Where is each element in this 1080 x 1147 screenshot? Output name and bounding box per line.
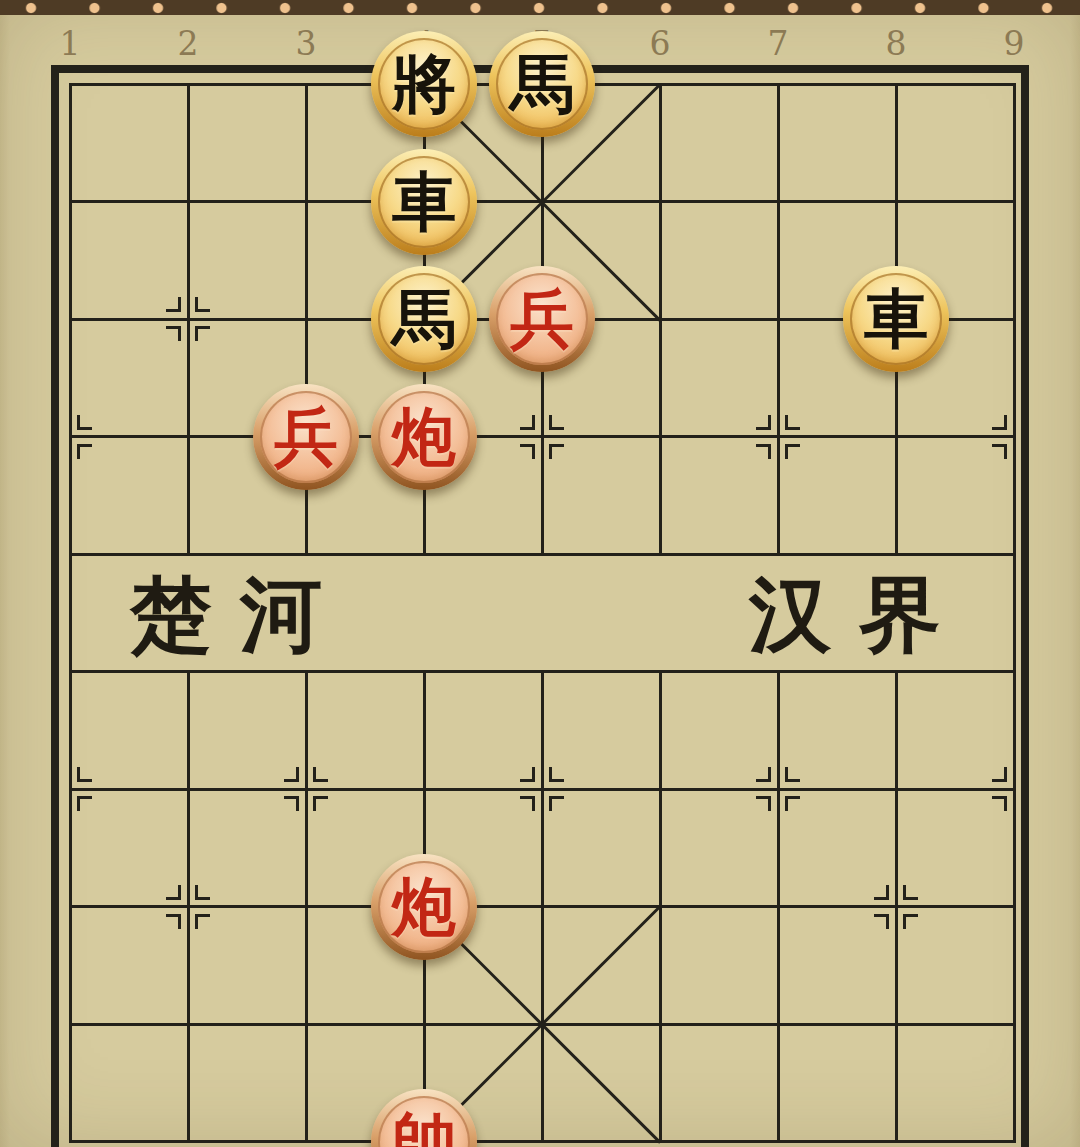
- column-label-8: 8: [871, 24, 921, 63]
- point-marker: [313, 796, 328, 811]
- column-label-7: 7: [753, 24, 803, 63]
- piece-face: 兵: [496, 273, 588, 365]
- point-marker: [520, 767, 535, 782]
- piece-character: 帥: [392, 1110, 456, 1147]
- red-cannon-piece[interactable]: 炮: [371, 384, 477, 490]
- point-marker: [77, 415, 92, 430]
- point-marker: [520, 796, 535, 811]
- point-marker: [549, 415, 564, 430]
- point-marker: [195, 885, 210, 900]
- point-marker: [756, 444, 771, 459]
- river-character: 河: [240, 566, 322, 662]
- point-marker: [549, 444, 564, 459]
- point-marker: [284, 796, 299, 811]
- column-label-9: 9: [989, 24, 1039, 63]
- point-marker: [785, 796, 800, 811]
- red-soldier-piece[interactable]: 兵: [253, 384, 359, 490]
- grid-line-col-3-bottom: [305, 670, 308, 1143]
- grid-line-col-2-bottom: [187, 670, 190, 1143]
- grid-line-col-5-bottom: [541, 670, 544, 1143]
- piece-character: 兵: [274, 405, 338, 469]
- point-marker: [77, 444, 92, 459]
- piece-character: 馬: [510, 52, 574, 116]
- grid-line-col-7-top: [777, 83, 780, 556]
- point-marker: [785, 415, 800, 430]
- black-chariot-piece[interactable]: 車: [843, 266, 949, 372]
- point-marker: [549, 767, 564, 782]
- point-marker: [992, 444, 1007, 459]
- black-chariot-piece[interactable]: 車: [371, 149, 477, 255]
- piece-face: 車: [850, 273, 942, 365]
- point-marker: [77, 796, 92, 811]
- black-horse-piece[interactable]: 馬: [371, 266, 477, 372]
- river-label-chuhe: 楚河: [130, 566, 322, 662]
- grid-line-col-1: [69, 83, 72, 1144]
- point-marker: [756, 796, 771, 811]
- black-general-piece[interactable]: 將: [371, 31, 477, 137]
- piece-face: 馬: [496, 38, 588, 130]
- point-marker: [77, 767, 92, 782]
- piece-character: 炮: [392, 405, 456, 469]
- point-marker: [549, 796, 564, 811]
- point-marker: [785, 444, 800, 459]
- point-marker: [166, 914, 181, 929]
- point-marker: [903, 885, 918, 900]
- river-character: 界: [859, 566, 941, 662]
- point-marker: [166, 326, 181, 341]
- point-marker: [785, 767, 800, 782]
- piece-face: 將: [378, 38, 470, 130]
- river-character: 汉: [749, 566, 831, 662]
- xiangqi-board[interactable]: 123456789楚河汉界將馬車馬兵車兵炮炮帥: [0, 0, 1080, 1147]
- grid-line-col-7-bottom: [777, 670, 780, 1143]
- point-marker: [756, 767, 771, 782]
- point-marker: [874, 914, 889, 929]
- point-marker: [874, 885, 889, 900]
- piece-character: 兵: [510, 287, 574, 351]
- point-marker: [284, 767, 299, 782]
- piece-face: 炮: [378, 391, 470, 483]
- point-marker: [195, 914, 210, 929]
- xiangqi-game-screen: 123456789楚河汉界將馬車馬兵車兵炮炮帥: [0, 0, 1080, 1147]
- column-label-1: 1: [45, 24, 95, 63]
- point-marker: [520, 444, 535, 459]
- point-marker: [166, 885, 181, 900]
- point-marker: [166, 297, 181, 312]
- piece-character: 炮: [392, 875, 456, 939]
- piece-character: 將: [392, 52, 456, 116]
- point-marker: [313, 767, 328, 782]
- piece-face: 車: [378, 156, 470, 248]
- decorative-top-border: [0, 0, 1080, 15]
- point-marker: [903, 914, 918, 929]
- grid-line-col-2-top: [187, 83, 190, 556]
- grid-line-col-8-bottom: [895, 670, 898, 1143]
- piece-character: 車: [864, 287, 928, 351]
- column-label-2: 2: [163, 24, 213, 63]
- piece-face: 帥: [378, 1096, 470, 1147]
- point-marker: [195, 326, 210, 341]
- point-marker: [195, 297, 210, 312]
- piece-face: 馬: [378, 273, 470, 365]
- column-label-6: 6: [635, 24, 685, 63]
- point-marker: [992, 415, 1007, 430]
- point-marker: [992, 796, 1007, 811]
- point-marker: [756, 415, 771, 430]
- column-label-3: 3: [281, 24, 331, 63]
- point-marker: [992, 767, 1007, 782]
- piece-face: 兵: [260, 391, 352, 483]
- point-marker: [520, 415, 535, 430]
- grid-line-col-9: [1013, 83, 1016, 1144]
- piece-character: 車: [392, 170, 456, 234]
- piece-face: 炮: [378, 861, 470, 953]
- red-soldier-piece[interactable]: 兵: [489, 266, 595, 372]
- river-character: 楚: [130, 566, 212, 662]
- river-label-hanjie: 汉界: [749, 566, 941, 662]
- black-horse-piece[interactable]: 馬: [489, 31, 595, 137]
- piece-character: 馬: [392, 287, 456, 351]
- red-cannon-piece[interactable]: 炮: [371, 854, 477, 960]
